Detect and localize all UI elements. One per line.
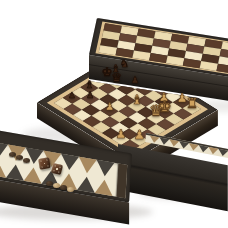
backgammon-checker-light [53,183,60,188]
product-photo-stage: ♟♝♚♝♞♟♛♟♟♝♟♟♛♚♟♟♜ [0,0,228,228]
checkers-layer [0,0,228,228]
backgammon-checker-dark [16,155,23,160]
backgammon-checker-light [67,187,74,192]
backgammon-checker-dark [9,152,16,157]
backgammon-checker-dark [46,181,53,186]
backgammon-checker-dark [60,185,67,190]
backgammon-checker-dark [23,158,30,163]
